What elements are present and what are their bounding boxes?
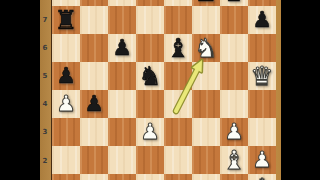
square-a3: [52, 118, 80, 146]
square-c7: [108, 6, 136, 34]
square-a4: ♟: [52, 90, 80, 118]
square-c4: [108, 90, 136, 118]
square-e5: [164, 62, 192, 90]
square-b2: [80, 146, 108, 174]
white-king-h1: ♚: [250, 174, 273, 180]
rank-label-7: 7: [40, 16, 50, 25]
square-f4: [192, 90, 220, 118]
rank-label-4: 4: [40, 100, 50, 109]
black-pawn-h7: ♟: [252, 6, 272, 34]
square-h5: ♛: [248, 62, 276, 90]
white-queen-h5: ♛: [250, 62, 273, 90]
square-d1: [136, 174, 164, 180]
square-g3: ♟: [220, 118, 248, 146]
white-pawn-g3: ♟: [224, 118, 244, 146]
square-b1: [80, 174, 108, 180]
rank-label-2: 2: [40, 157, 50, 166]
square-a1: [52, 174, 80, 180]
rank-label-5: 5: [40, 72, 50, 81]
black-knight-d5: ♞: [138, 62, 161, 90]
square-f2: [192, 146, 220, 174]
black-pawn-b4: ♟: [84, 90, 104, 118]
white-pawn-a4: ♟: [56, 90, 76, 118]
square-f6: ♞: [192, 34, 220, 62]
square-b4: ♟: [80, 90, 108, 118]
square-e3: [164, 118, 192, 146]
black-rook-a7: ♜: [54, 6, 77, 34]
square-c2: [108, 146, 136, 174]
square-e6: ♝: [164, 34, 192, 62]
square-c5: [108, 62, 136, 90]
square-c6: ♟: [108, 34, 136, 62]
square-h2: ♟: [248, 146, 276, 174]
square-h1: ♚: [248, 174, 276, 180]
white-pawn-h2: ♟: [252, 146, 272, 174]
square-f7: [192, 6, 220, 34]
square-d2: [136, 146, 164, 174]
square-d4: [136, 90, 164, 118]
square-a5: ♟: [52, 62, 80, 90]
square-e4: [164, 90, 192, 118]
square-d3: ♟: [136, 118, 164, 146]
square-d5: ♞: [136, 62, 164, 90]
square-d7: [136, 6, 164, 34]
square-c1: [108, 174, 136, 180]
square-h7: ♟: [248, 6, 276, 34]
square-g6: [220, 34, 248, 62]
square-g4: [220, 90, 248, 118]
black-pawn-a5: ♟: [56, 62, 76, 90]
square-h4: [248, 90, 276, 118]
black-bishop-e6: ♝: [166, 34, 189, 62]
chess-board: ♜♚♜♟♟♝♞♟♞♛♟♟♟♟♝♟♚: [52, 0, 276, 180]
square-b6: [80, 34, 108, 62]
square-b7: [80, 6, 108, 34]
square-e2: [164, 146, 192, 174]
video-frame: ♜♚♜♟♟♝♞♟♞♛♟♟♟♟♝♟♚ 765432: [0, 0, 320, 180]
square-f1: [192, 174, 220, 180]
square-a6: [52, 34, 80, 62]
white-knight-f6: ♞: [194, 34, 217, 62]
square-c3: [108, 118, 136, 146]
white-pawn-d3: ♟: [140, 118, 160, 146]
square-g7: [220, 6, 248, 34]
square-d6: [136, 34, 164, 62]
white-bishop-g2: ♝: [222, 146, 245, 174]
square-f5: [192, 62, 220, 90]
square-h6: [248, 34, 276, 62]
rank-label-6: 6: [40, 44, 50, 53]
square-f3: [192, 118, 220, 146]
square-e1: [164, 174, 192, 180]
square-g1: [220, 174, 248, 180]
square-e7: [164, 6, 192, 34]
black-pawn-c6: ♟: [112, 34, 132, 62]
square-b3: [80, 118, 108, 146]
square-b5: [80, 62, 108, 90]
square-g2: ♝: [220, 146, 248, 174]
square-a2: [52, 146, 80, 174]
square-a7: ♜: [52, 6, 80, 34]
rank-label-3: 3: [40, 128, 50, 137]
square-g5: [220, 62, 248, 90]
square-h3: [248, 118, 276, 146]
